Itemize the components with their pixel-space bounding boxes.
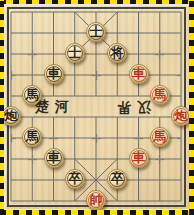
piece-glyph: 士 — [90, 23, 103, 41]
board-point: 馬 — [149, 128, 170, 149]
piece-glyph: 車 — [47, 65, 60, 83]
board-point: 士 — [85, 23, 106, 44]
piece-red-chariot-1[interactable]: 車 — [129, 64, 149, 84]
piece-black-advisor-2[interactable]: 士 — [65, 43, 85, 63]
xiangqi-app-screenshot: 楚河 汉界 士士将車車馬馬炮炮馬馬車車卒卒帥 — [0, 0, 194, 215]
piece-glyph: 将 — [111, 44, 124, 62]
selection-marquee-top — [0, 0, 194, 4]
board-point: 卒 — [107, 170, 128, 191]
board-point: 車 — [43, 65, 64, 86]
piece-black-advisor-1[interactable]: 士 — [86, 22, 106, 42]
piece-glyph: 馬 — [26, 86, 39, 104]
board-point: 馬 — [22, 128, 43, 149]
piece-black-horse-2[interactable]: 馬 — [22, 127, 42, 147]
piece-glyph: 卒 — [68, 170, 81, 188]
piece-glyph: 炮 — [175, 107, 188, 125]
selection-marquee-bottom — [0, 210, 194, 215]
piece-black-chariot-2[interactable]: 車 — [44, 148, 64, 168]
piece-black-pawn-2[interactable]: 卒 — [107, 169, 127, 189]
piece-red-cannon[interactable]: 炮 — [171, 106, 191, 126]
piece-glyph: 炮 — [5, 107, 18, 125]
selection-marquee-right — [189, 0, 194, 215]
board-point: 将 — [107, 44, 128, 65]
piece-glyph: 卒 — [111, 170, 124, 188]
piece-red-chariot-2[interactable]: 車 — [129, 148, 149, 168]
piece-glyph: 車 — [47, 149, 60, 167]
piece-red-horse-2[interactable]: 馬 — [150, 127, 170, 147]
board-point: 車 — [43, 149, 64, 170]
board-point: 卒 — [64, 170, 85, 191]
piece-glyph: 士 — [68, 44, 81, 62]
piece-glyph: 馬 — [153, 128, 166, 146]
xiangqi-board[interactable]: 士士将車車馬馬炮炮馬馬車車卒卒帥 — [0, 2, 191, 212]
selection-marquee-left — [0, 0, 4, 215]
board-point: 車 — [128, 149, 149, 170]
piece-glyph: 帥 — [90, 191, 103, 209]
board-point: 帥 — [85, 191, 106, 212]
piece-black-pawn-1[interactable]: 卒 — [65, 169, 85, 189]
board-point: 士 — [64, 44, 85, 65]
piece-red-horse-1[interactable]: 馬 — [150, 85, 170, 105]
piece-black-cannon[interactable]: 炮 — [1, 106, 21, 126]
piece-black-general[interactable]: 将 — [107, 43, 127, 63]
board-point: 車 — [128, 65, 149, 86]
piece-red-general[interactable]: 帥 — [86, 190, 106, 210]
board-point: 馬 — [149, 86, 170, 107]
piece-glyph: 馬 — [153, 86, 166, 104]
piece-black-horse-1[interactable]: 馬 — [22, 85, 42, 105]
piece-black-chariot-1[interactable]: 車 — [44, 64, 64, 84]
board-point: 馬 — [22, 86, 43, 107]
piece-glyph: 車 — [132, 149, 145, 167]
piece-glyph: 馬 — [26, 128, 39, 146]
piece-glyph: 車 — [132, 65, 145, 83]
